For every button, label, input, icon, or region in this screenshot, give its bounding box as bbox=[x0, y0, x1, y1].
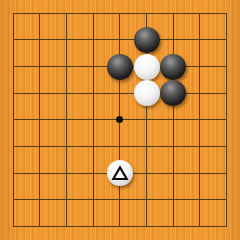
white-stone bbox=[134, 80, 160, 106]
intersection-h3[interactable] bbox=[187, 160, 214, 187]
intersection-a5[interactable] bbox=[0, 107, 27, 134]
intersection-c3[interactable] bbox=[53, 160, 80, 187]
intersection-e9[interactable] bbox=[107, 0, 134, 27]
intersection-c8[interactable] bbox=[53, 27, 80, 54]
intersection-e3[interactable] bbox=[107, 160, 134, 187]
intersection-c4[interactable] bbox=[53, 133, 80, 160]
go-board bbox=[0, 0, 240, 240]
intersection-d5[interactable] bbox=[80, 107, 107, 134]
intersection-g7[interactable] bbox=[160, 53, 187, 80]
intersection-d9[interactable] bbox=[80, 0, 107, 27]
intersection-b1[interactable] bbox=[27, 213, 54, 240]
intersection-b7[interactable] bbox=[27, 53, 54, 80]
intersection-b3[interactable] bbox=[27, 160, 54, 187]
go-grid bbox=[0, 0, 240, 240]
intersection-e8[interactable] bbox=[107, 27, 134, 54]
star-point bbox=[116, 116, 123, 123]
intersection-d3[interactable] bbox=[80, 160, 107, 187]
intersection-g9[interactable] bbox=[160, 0, 187, 27]
intersection-b6[interactable] bbox=[27, 80, 54, 107]
intersection-d4[interactable] bbox=[80, 133, 107, 160]
black-stone bbox=[160, 80, 186, 106]
intersection-h5[interactable] bbox=[187, 107, 214, 134]
intersection-j1[interactable] bbox=[213, 213, 240, 240]
intersection-g6[interactable] bbox=[160, 80, 187, 107]
intersection-e2[interactable] bbox=[107, 187, 134, 214]
intersection-h8[interactable] bbox=[187, 27, 214, 54]
intersection-c7[interactable] bbox=[53, 53, 80, 80]
intersection-c1[interactable] bbox=[53, 213, 80, 240]
intersection-j6[interactable] bbox=[213, 80, 240, 107]
intersection-f5[interactable] bbox=[133, 107, 160, 134]
intersection-c2[interactable] bbox=[53, 187, 80, 214]
black-stone bbox=[134, 27, 160, 53]
intersection-f1[interactable] bbox=[133, 213, 160, 240]
intersection-g3[interactable] bbox=[160, 160, 187, 187]
intersection-e7[interactable] bbox=[107, 53, 134, 80]
intersection-a9[interactable] bbox=[0, 0, 27, 27]
intersection-f3[interactable] bbox=[133, 160, 160, 187]
intersection-a1[interactable] bbox=[0, 213, 27, 240]
intersection-f4[interactable] bbox=[133, 133, 160, 160]
intersection-j5[interactable] bbox=[213, 107, 240, 134]
intersection-h9[interactable] bbox=[187, 0, 214, 27]
intersection-j4[interactable] bbox=[213, 133, 240, 160]
white-stone bbox=[134, 54, 160, 80]
intersection-d8[interactable] bbox=[80, 27, 107, 54]
intersection-a7[interactable] bbox=[0, 53, 27, 80]
intersection-a4[interactable] bbox=[0, 133, 27, 160]
intersection-h4[interactable] bbox=[187, 133, 214, 160]
triangle-marker-icon bbox=[111, 164, 129, 182]
intersection-e5[interactable] bbox=[107, 107, 134, 134]
intersection-f8[interactable] bbox=[133, 27, 160, 54]
intersection-e6[interactable] bbox=[107, 80, 134, 107]
intersection-h7[interactable] bbox=[187, 53, 214, 80]
intersection-g4[interactable] bbox=[160, 133, 187, 160]
intersection-b4[interactable] bbox=[27, 133, 54, 160]
black-stone bbox=[160, 54, 186, 80]
intersection-c9[interactable] bbox=[53, 0, 80, 27]
black-stone bbox=[107, 54, 133, 80]
intersection-j7[interactable] bbox=[213, 53, 240, 80]
intersection-g8[interactable] bbox=[160, 27, 187, 54]
intersection-g2[interactable] bbox=[160, 187, 187, 214]
intersection-c6[interactable] bbox=[53, 80, 80, 107]
intersection-f7[interactable] bbox=[133, 53, 160, 80]
intersection-b8[interactable] bbox=[27, 27, 54, 54]
intersection-h1[interactable] bbox=[187, 213, 214, 240]
intersection-g5[interactable] bbox=[160, 107, 187, 134]
intersection-a6[interactable] bbox=[0, 80, 27, 107]
white-stone bbox=[107, 160, 133, 186]
intersection-b9[interactable] bbox=[27, 0, 54, 27]
intersection-f9[interactable] bbox=[133, 0, 160, 27]
intersection-h2[interactable] bbox=[187, 187, 214, 214]
intersection-a8[interactable] bbox=[0, 27, 27, 54]
intersection-a3[interactable] bbox=[0, 160, 27, 187]
intersection-d6[interactable] bbox=[80, 80, 107, 107]
intersection-d7[interactable] bbox=[80, 53, 107, 80]
intersection-f6[interactable] bbox=[133, 80, 160, 107]
intersection-a2[interactable] bbox=[0, 187, 27, 214]
intersection-j9[interactable] bbox=[213, 0, 240, 27]
intersection-e4[interactable] bbox=[107, 133, 134, 160]
intersection-f2[interactable] bbox=[133, 187, 160, 214]
intersection-j3[interactable] bbox=[213, 160, 240, 187]
intersection-j8[interactable] bbox=[213, 27, 240, 54]
intersection-j2[interactable] bbox=[213, 187, 240, 214]
intersection-e1[interactable] bbox=[107, 213, 134, 240]
intersection-b2[interactable] bbox=[27, 187, 54, 214]
intersection-b5[interactable] bbox=[27, 107, 54, 134]
intersection-d2[interactable] bbox=[80, 187, 107, 214]
intersection-g1[interactable] bbox=[160, 213, 187, 240]
intersection-h6[interactable] bbox=[187, 80, 214, 107]
intersection-c5[interactable] bbox=[53, 107, 80, 134]
intersection-d1[interactable] bbox=[80, 213, 107, 240]
